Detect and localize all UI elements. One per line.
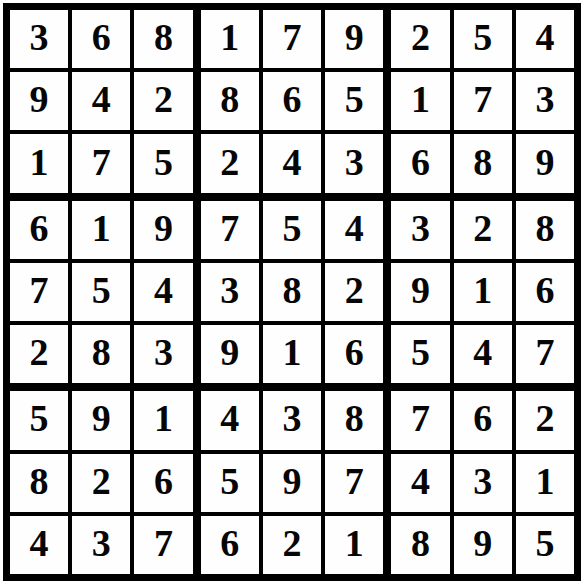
cell-r6c4[interactable]: 9 xyxy=(201,325,259,383)
digit: 7 xyxy=(282,18,301,56)
digit: 6 xyxy=(154,462,173,500)
cell-r4c9[interactable]: 8 xyxy=(516,201,574,259)
cell-r2c4[interactable]: 8 xyxy=(201,72,259,130)
cell-r3c2[interactable]: 7 xyxy=(72,134,130,192)
digit: 8 xyxy=(30,462,49,500)
cell-r5c1[interactable]: 7 xyxy=(10,263,68,321)
cell-r5c5[interactable]: 8 xyxy=(263,263,321,321)
cell-r8c2[interactable]: 2 xyxy=(72,454,130,512)
digit: 7 xyxy=(154,524,173,562)
digit: 8 xyxy=(473,143,492,181)
digit: 4 xyxy=(92,80,111,118)
cell-r2c9[interactable]: 3 xyxy=(516,72,574,130)
digit: 9 xyxy=(92,399,111,437)
cell-r6c6[interactable]: 6 xyxy=(325,325,383,383)
cell-r1c4[interactable]: 1 xyxy=(201,10,259,68)
cell-r8c4[interactable]: 5 xyxy=(201,454,259,512)
cell-r1c2[interactable]: 6 xyxy=(72,10,130,68)
digit: 4 xyxy=(473,333,492,371)
cell-r1c3[interactable]: 8 xyxy=(134,10,192,68)
digit: 6 xyxy=(92,18,111,56)
cell-r2c5[interactable]: 6 xyxy=(263,72,321,130)
digit: 9 xyxy=(154,209,173,247)
cell-r9c5[interactable]: 2 xyxy=(263,516,321,574)
digit: 4 xyxy=(345,209,364,247)
digit: 8 xyxy=(535,209,554,247)
digit: 8 xyxy=(154,18,173,56)
cell-r7c2[interactable]: 9 xyxy=(72,391,130,449)
digit: 5 xyxy=(473,18,492,56)
cell-r4c4[interactable]: 7 xyxy=(201,201,259,259)
digit: 8 xyxy=(282,271,301,309)
digit: 7 xyxy=(92,143,111,181)
cell-r5c7[interactable]: 9 xyxy=(391,263,449,321)
digit: 1 xyxy=(154,399,173,437)
digit: 2 xyxy=(92,462,111,500)
digit: 3 xyxy=(282,399,301,437)
digit: 2 xyxy=(282,524,301,562)
cell-r9c2[interactable]: 3 xyxy=(72,516,130,574)
cell-r3c1[interactable]: 1 xyxy=(10,134,68,192)
digit: 8 xyxy=(411,524,430,562)
cell-r7c3[interactable]: 1 xyxy=(134,391,192,449)
cell-r8c1[interactable]: 8 xyxy=(10,454,68,512)
digit: 3 xyxy=(345,143,364,181)
digit: 3 xyxy=(473,462,492,500)
cell-r1c6[interactable]: 9 xyxy=(325,10,383,68)
cell-r3c5[interactable]: 4 xyxy=(263,134,321,192)
cell-r9c4[interactable]: 6 xyxy=(201,516,259,574)
cell-r9c7[interactable]: 8 xyxy=(391,516,449,574)
cell-r5c9[interactable]: 6 xyxy=(516,263,574,321)
cell-r6c5[interactable]: 1 xyxy=(263,325,321,383)
digit: 5 xyxy=(345,80,364,118)
digit: 9 xyxy=(535,143,554,181)
digit: 1 xyxy=(535,462,554,500)
digit: 3 xyxy=(154,333,173,371)
digit: 5 xyxy=(411,333,430,371)
cell-r2c6[interactable]: 5 xyxy=(325,72,383,130)
cell-r2c7[interactable]: 1 xyxy=(391,72,449,130)
cell-r5c4[interactable]: 3 xyxy=(201,263,259,321)
cell-r6c2[interactable]: 8 xyxy=(72,325,130,383)
digit: 4 xyxy=(411,462,430,500)
digit: 4 xyxy=(30,524,49,562)
digit: 2 xyxy=(535,399,554,437)
digit: 9 xyxy=(282,462,301,500)
digit: 9 xyxy=(345,18,364,56)
digit: 7 xyxy=(220,209,239,247)
cell-r7c6[interactable]: 8 xyxy=(325,391,383,449)
digit: 8 xyxy=(345,399,364,437)
digit: 7 xyxy=(535,333,554,371)
cell-r6c8[interactable]: 4 xyxy=(454,325,512,383)
digit: 1 xyxy=(282,333,301,371)
cell-r8c6[interactable]: 7 xyxy=(325,454,383,512)
cell-r4c7[interactable]: 3 xyxy=(391,201,449,259)
digit: 8 xyxy=(92,333,111,371)
cell-r4c1[interactable]: 6 xyxy=(10,201,68,259)
digit: 5 xyxy=(30,399,49,437)
cell-r7c5[interactable]: 3 xyxy=(263,391,321,449)
cell-r5c8[interactable]: 1 xyxy=(454,263,512,321)
digit: 2 xyxy=(154,80,173,118)
digit: 5 xyxy=(535,524,554,562)
cell-r8c9[interactable]: 1 xyxy=(516,454,574,512)
digit: 5 xyxy=(220,462,239,500)
digit: 9 xyxy=(220,333,239,371)
cell-r7c9[interactable]: 2 xyxy=(516,391,574,449)
digit: 4 xyxy=(282,143,301,181)
digit: 6 xyxy=(282,80,301,118)
digit: 6 xyxy=(345,333,364,371)
cell-r3c7[interactable]: 6 xyxy=(391,134,449,192)
cell-r8c7[interactable]: 4 xyxy=(391,454,449,512)
cell-r9c8[interactable]: 9 xyxy=(454,516,512,574)
digit: 6 xyxy=(411,143,430,181)
digit: 2 xyxy=(30,333,49,371)
cell-r7c1[interactable]: 5 xyxy=(10,391,68,449)
digit: 9 xyxy=(411,271,430,309)
cell-r1c7[interactable]: 2 xyxy=(391,10,449,68)
cell-r9c3[interactable]: 7 xyxy=(134,516,192,574)
cell-r4c8[interactable]: 2 xyxy=(454,201,512,259)
cell-r1c1[interactable]: 3 xyxy=(10,10,68,68)
digit: 1 xyxy=(345,524,364,562)
digit: 6 xyxy=(473,399,492,437)
digit: 5 xyxy=(282,209,301,247)
digit: 3 xyxy=(411,209,430,247)
cell-r2c8[interactable]: 7 xyxy=(454,72,512,130)
cell-r6c7[interactable]: 5 xyxy=(391,325,449,383)
digit: 6 xyxy=(535,271,554,309)
cell-r3c9[interactable]: 9 xyxy=(516,134,574,192)
cell-r1c9[interactable]: 4 xyxy=(516,10,574,68)
digit: 9 xyxy=(30,80,49,118)
cell-r9c9[interactable]: 5 xyxy=(516,516,574,574)
digit: 5 xyxy=(92,271,111,309)
digit: 3 xyxy=(92,524,111,562)
cell-r3c3[interactable]: 5 xyxy=(134,134,192,192)
cell-r1c8[interactable]: 5 xyxy=(454,10,512,68)
digit: 7 xyxy=(345,462,364,500)
cell-r2c3[interactable]: 2 xyxy=(134,72,192,130)
cell-r7c8[interactable]: 6 xyxy=(454,391,512,449)
cell-r6c3[interactable]: 3 xyxy=(134,325,192,383)
cell-r3c4[interactable]: 2 xyxy=(201,134,259,192)
cell-r3c8[interactable]: 8 xyxy=(454,134,512,192)
cell-r6c9[interactable]: 7 xyxy=(516,325,574,383)
digit: 3 xyxy=(220,271,239,309)
cell-r4c6[interactable]: 4 xyxy=(325,201,383,259)
digit: 1 xyxy=(92,209,111,247)
digit: 1 xyxy=(411,80,430,118)
digit: 1 xyxy=(30,143,49,181)
cell-r5c3[interactable]: 4 xyxy=(134,263,192,321)
digit: 8 xyxy=(220,80,239,118)
digit: 7 xyxy=(30,271,49,309)
cell-r5c2[interactable]: 5 xyxy=(72,263,130,321)
cell-r2c1[interactable]: 9 xyxy=(10,72,68,130)
cell-r4c3[interactable]: 9 xyxy=(134,201,192,259)
cell-r4c5[interactable]: 5 xyxy=(263,201,321,259)
sudoku-board: 3681792549428651731752436896197543287543… xyxy=(3,3,581,581)
cell-r8c5[interactable]: 9 xyxy=(263,454,321,512)
digit: 1 xyxy=(220,18,239,56)
cell-r1c5[interactable]: 7 xyxy=(263,10,321,68)
digit: 4 xyxy=(220,399,239,437)
cell-r7c4[interactable]: 4 xyxy=(201,391,259,449)
digit: 6 xyxy=(220,524,239,562)
digit: 5 xyxy=(154,143,173,181)
cell-r5c6[interactable]: 2 xyxy=(325,263,383,321)
digit: 9 xyxy=(473,524,492,562)
cell-r7c7[interactable]: 7 xyxy=(391,391,449,449)
digit: 6 xyxy=(30,209,49,247)
digit: 2 xyxy=(220,143,239,181)
digit: 4 xyxy=(154,271,173,309)
cell-r6c1[interactable]: 2 xyxy=(10,325,68,383)
cell-r2c2[interactable]: 4 xyxy=(72,72,130,130)
digit: 1 xyxy=(473,271,492,309)
digit: 4 xyxy=(535,18,554,56)
cell-r8c3[interactable]: 6 xyxy=(134,454,192,512)
digit: 2 xyxy=(473,209,492,247)
digit: 7 xyxy=(473,80,492,118)
cell-r4c2[interactable]: 1 xyxy=(72,201,130,259)
cell-r9c1[interactable]: 4 xyxy=(10,516,68,574)
digit: 3 xyxy=(30,18,49,56)
digit: 3 xyxy=(535,80,554,118)
cell-r3c6[interactable]: 3 xyxy=(325,134,383,192)
cell-r9c6[interactable]: 1 xyxy=(325,516,383,574)
digit: 2 xyxy=(411,18,430,56)
cell-r8c8[interactable]: 3 xyxy=(454,454,512,512)
digit: 7 xyxy=(411,399,430,437)
digit: 2 xyxy=(345,271,364,309)
page: 3681792549428651731752436896197543287543… xyxy=(0,0,584,584)
